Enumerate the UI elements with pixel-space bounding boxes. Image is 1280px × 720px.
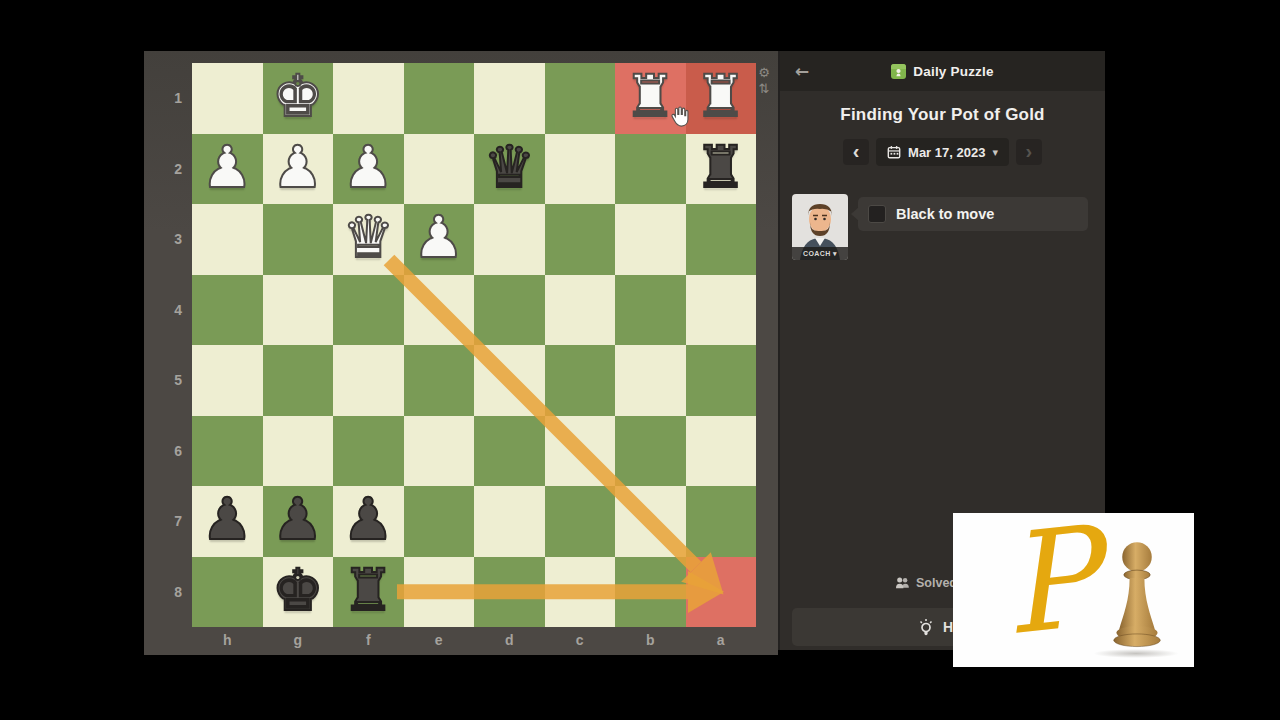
black-queen[interactable]: ♛ xyxy=(483,132,535,202)
coach-caret-icon: ▾ xyxy=(833,250,837,257)
square-h8[interactable] xyxy=(192,557,263,628)
square-a8[interactable] xyxy=(686,557,757,628)
white-pawn[interactable]: ♟ xyxy=(272,132,324,202)
black-pawn[interactable]: ♟ xyxy=(272,484,324,554)
square-f7[interactable]: ♟ xyxy=(333,486,404,557)
panel-header: ← Daily Puzzle xyxy=(780,51,1105,91)
white-rook[interactable]: ♜ xyxy=(624,61,676,131)
square-c2[interactable] xyxy=(545,134,616,205)
square-f5[interactable] xyxy=(333,345,404,416)
file-label-b: b xyxy=(615,629,686,653)
board-area: 12345678 ♚♜♜♟♟♟♛♜♛♟♟♟♟♚♜ hgfedcba ⚙ ⇅ xyxy=(144,51,778,655)
date-label: Mar 17, 2023 xyxy=(908,145,985,160)
daily-puzzle-label: Daily Puzzle xyxy=(913,64,993,79)
date-caret-icon: ▾ xyxy=(992,146,998,159)
rank-label-1: 1 xyxy=(144,63,186,134)
square-g1[interactable]: ♚ xyxy=(263,63,334,134)
square-g7[interactable]: ♟ xyxy=(263,486,334,557)
square-d2[interactable]: ♛ xyxy=(474,134,545,205)
square-d5[interactable] xyxy=(474,345,545,416)
square-e7[interactable] xyxy=(404,486,475,557)
square-c3[interactable] xyxy=(545,204,616,275)
lightbulb-icon xyxy=(917,618,935,637)
square-b8[interactable] xyxy=(615,557,686,628)
square-c6[interactable] xyxy=(545,416,616,487)
square-c5[interactable] xyxy=(545,345,616,416)
coach-avatar[interactable]: COACH ▾ xyxy=(792,194,848,260)
square-a2[interactable]: ♜ xyxy=(686,134,757,205)
square-b2[interactable] xyxy=(615,134,686,205)
square-g3[interactable] xyxy=(263,204,334,275)
square-d7[interactable] xyxy=(474,486,545,557)
square-f4[interactable] xyxy=(333,275,404,346)
square-e4[interactable] xyxy=(404,275,475,346)
square-b1[interactable]: ♜ xyxy=(615,63,686,134)
square-h6[interactable] xyxy=(192,416,263,487)
square-d1[interactable] xyxy=(474,63,545,134)
square-a7[interactable] xyxy=(686,486,757,557)
people-icon xyxy=(895,576,910,590)
square-a4[interactable] xyxy=(686,275,757,346)
file-label-g: g xyxy=(263,629,334,653)
square-e5[interactable] xyxy=(404,345,475,416)
logo-pawn xyxy=(1105,539,1169,655)
white-pawn[interactable]: ♟ xyxy=(201,132,253,202)
file-label-e: e xyxy=(404,629,475,653)
date-navigation: ‹ Mar 17, 2023 ▾ › xyxy=(780,138,1105,166)
rank-label-8: 8 xyxy=(144,557,186,628)
rank-label-7: 7 xyxy=(144,486,186,557)
file-labels: hgfedcba xyxy=(192,629,756,653)
logo-overlay: P xyxy=(953,513,1194,667)
square-g4[interactable] xyxy=(263,275,334,346)
square-h1[interactable] xyxy=(192,63,263,134)
square-f8[interactable]: ♜ xyxy=(333,557,404,628)
black-pawn[interactable]: ♟ xyxy=(342,484,394,554)
white-rook[interactable]: ♜ xyxy=(695,61,747,131)
square-e8[interactable] xyxy=(404,557,475,628)
back-button[interactable]: ← xyxy=(790,59,814,83)
square-b5[interactable] xyxy=(615,345,686,416)
date-button[interactable]: Mar 17, 2023 ▾ xyxy=(876,138,1009,166)
file-label-f: f xyxy=(333,629,404,653)
white-king[interactable]: ♚ xyxy=(272,61,324,131)
square-b4[interactable] xyxy=(615,275,686,346)
black-side-icon xyxy=(868,205,886,223)
square-h2[interactable]: ♟ xyxy=(192,134,263,205)
file-label-c: c xyxy=(545,629,616,653)
black-king[interactable]: ♚ xyxy=(272,555,324,625)
file-label-d: d xyxy=(474,629,545,653)
chess-board[interactable]: ♚♜♜♟♟♟♛♜♛♟♟♟♟♚♜ xyxy=(192,63,756,627)
rank-label-4: 4 xyxy=(144,275,186,346)
square-d3[interactable] xyxy=(474,204,545,275)
move-indicator-label: Black to move xyxy=(896,206,994,222)
file-label-h: h xyxy=(192,629,263,653)
black-pawn[interactable]: ♟ xyxy=(201,484,253,554)
square-c8[interactable] xyxy=(545,557,616,628)
square-d8[interactable] xyxy=(474,557,545,628)
square-b3[interactable] xyxy=(615,204,686,275)
square-g2[interactable]: ♟ xyxy=(263,134,334,205)
black-rook[interactable]: ♜ xyxy=(695,132,747,202)
square-h3[interactable] xyxy=(192,204,263,275)
square-e6[interactable] xyxy=(404,416,475,487)
rank-labels: 12345678 xyxy=(144,63,186,627)
settings-gear-icon[interactable]: ⚙ xyxy=(752,65,776,81)
square-b7[interactable] xyxy=(615,486,686,557)
black-rook[interactable]: ♜ xyxy=(342,555,394,625)
daily-puzzle-icon xyxy=(891,64,906,79)
move-indicator-bubble: Black to move xyxy=(858,197,1088,231)
square-f3[interactable]: ♛ xyxy=(333,204,404,275)
rank-label-3: 3 xyxy=(144,204,186,275)
square-a3[interactable] xyxy=(686,204,757,275)
square-a1[interactable]: ♜ xyxy=(686,63,757,134)
square-d6[interactable] xyxy=(474,416,545,487)
square-e1[interactable] xyxy=(404,63,475,134)
white-queen[interactable]: ♛ xyxy=(342,202,394,272)
rank-label-6: 6 xyxy=(144,416,186,487)
square-a6[interactable] xyxy=(686,416,757,487)
coach-label[interactable]: COACH ▾ xyxy=(792,247,848,260)
square-c4[interactable] xyxy=(545,275,616,346)
square-f2[interactable]: ♟ xyxy=(333,134,404,205)
puzzle-title: Finding Your Pot of Gold xyxy=(780,105,1105,125)
square-h7[interactable]: ♟ xyxy=(192,486,263,557)
square-e2[interactable] xyxy=(404,134,475,205)
prev-date-button[interactable]: ‹ xyxy=(843,139,869,165)
rank-label-5: 5 xyxy=(144,345,186,416)
calendar-icon xyxy=(887,145,901,159)
white-pawn[interactable]: ♟ xyxy=(413,202,465,272)
square-h4[interactable] xyxy=(192,275,263,346)
square-g5[interactable] xyxy=(263,345,334,416)
square-b6[interactable] xyxy=(615,416,686,487)
square-a5[interactable] xyxy=(686,345,757,416)
square-f6[interactable] xyxy=(333,416,404,487)
square-f1[interactable] xyxy=(333,63,404,134)
file-label-a: a xyxy=(686,629,757,653)
square-g6[interactable] xyxy=(263,416,334,487)
flip-board-icon[interactable]: ⇅ xyxy=(752,81,776,97)
square-e3[interactable]: ♟ xyxy=(404,204,475,275)
square-c1[interactable] xyxy=(545,63,616,134)
square-h5[interactable] xyxy=(192,345,263,416)
square-g8[interactable]: ♚ xyxy=(263,557,334,628)
square-d4[interactable] xyxy=(474,275,545,346)
next-date-button[interactable]: › xyxy=(1016,139,1042,165)
white-pawn[interactable]: ♟ xyxy=(342,132,394,202)
rank-label-2: 2 xyxy=(144,134,186,205)
square-c7[interactable] xyxy=(545,486,616,557)
